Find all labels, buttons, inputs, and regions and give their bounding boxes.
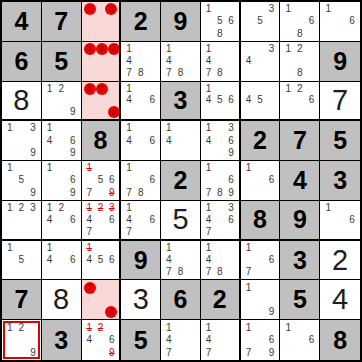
cell-r3c6[interactable]: 1456 (201, 82, 241, 122)
given-digit: 9 (174, 9, 188, 34)
empty-mark-slot (67, 162, 79, 174)
candidate-6: 6 (346, 15, 358, 27)
empty-mark-slot (214, 346, 225, 359)
cell-r8c1[interactable]: 7 (2, 280, 42, 320)
empty-mark-slot (254, 294, 266, 306)
cell-r6c3[interactable]: 123467 (82, 201, 122, 241)
cell-r3c7[interactable]: 45 (241, 82, 281, 122)
candidate-1-circled: 1 (84, 3, 96, 15)
given-digit: 8 (333, 328, 347, 353)
empty-mark-slot (294, 55, 306, 67)
empty-mark-slot (254, 334, 266, 347)
candidate-grid: 123 (2, 201, 41, 239)
cell-r1c9[interactable]: 16 (320, 2, 360, 42)
empty-mark-slot (55, 187, 67, 199)
cell-r4c3[interactable]: 8 (82, 121, 122, 161)
empty-mark-slot (175, 55, 187, 67)
candidate-8: 8 (175, 266, 187, 278)
empty-mark-slot (67, 122, 79, 134)
cell-r5c4[interactable]: 1678 (121, 161, 161, 201)
empty-mark-slot (106, 266, 117, 278)
cell-r5c7[interactable]: 16 (241, 161, 281, 201)
candidate-7: 7 (203, 67, 214, 79)
empty-mark-slot (282, 55, 294, 67)
empty-mark-slot (214, 135, 225, 147)
empty-mark-slot (16, 147, 28, 159)
cell-r1c1[interactable]: 4 (2, 2, 42, 42)
cell-r8c9[interactable]: 4 (320, 280, 360, 320)
cell-r7c8[interactable]: 3 (280, 241, 320, 281)
empty-mark-slot (225, 83, 236, 95)
cell-r1c8[interactable]: 168 (280, 2, 320, 42)
empty-mark-slot (214, 334, 225, 347)
cell-r6c8[interactable]: 9 (280, 201, 320, 241)
empty-mark-slot (67, 226, 79, 238)
cell-r2c5[interactable]: 1478 (161, 42, 201, 82)
given-digit: 3 (54, 328, 68, 353)
cell-r4c7[interactable]: 2 (241, 121, 281, 161)
candidate-1: 1 (163, 122, 175, 134)
solved-digit: 8 (53, 285, 69, 314)
cell-r7c1[interactable]: 15 (2, 241, 42, 281)
candidate-grid: 126 (280, 82, 319, 120)
candidate-grid: 16 (241, 161, 280, 200)
given-digit: 2 (213, 287, 227, 312)
given-digit: 5 (54, 49, 68, 74)
empty-mark-slot (243, 174, 255, 186)
cell-r4c2[interactable]: 1469 (42, 121, 82, 161)
candidate-3: 3 (225, 202, 236, 214)
empty-mark-slot (186, 334, 198, 347)
empty-mark-slot (254, 174, 266, 186)
empty-mark-slot (175, 321, 187, 334)
candidate-1: 1 (203, 202, 214, 214)
empty-mark-slot (84, 346, 95, 359)
candidate-7: 7 (123, 226, 135, 238)
candidate-grid: 19 (241, 280, 280, 319)
empty-mark-slot (294, 346, 306, 359)
empty-mark-slot (96, 3, 106, 15)
candidate-1-struck: 1 (84, 242, 95, 254)
cell-r6c2[interactable]: 1246 (42, 201, 82, 241)
empty-mark-slot (225, 28, 236, 40)
empty-mark-slot (175, 43, 187, 55)
candidate-4: 4 (44, 214, 56, 226)
cell-r1c5[interactable]: 9 (161, 2, 201, 42)
empty-mark-slot (254, 162, 266, 174)
candidate-7: 7 (163, 266, 175, 278)
empty-mark-slot (105, 15, 117, 27)
candidate-1: 1 (243, 321, 255, 334)
empty-mark-slot (27, 266, 39, 278)
cell-r8c5[interactable]: 6 (161, 280, 201, 320)
cell-r1c3[interactable]: 13 (82, 2, 122, 42)
empty-mark-slot (203, 106, 214, 118)
cell-r7c2[interactable]: 146 (42, 241, 82, 281)
cell-r7c7[interactable]: 167 (241, 241, 281, 281)
candidate-9: 9 (27, 346, 39, 359)
empty-mark-slot (243, 3, 255, 15)
cell-r4c9[interactable]: 5 (320, 121, 360, 161)
empty-mark-slot (243, 83, 255, 95)
cell-r7c6[interactable]: 1478 (201, 241, 241, 281)
empty-mark-slot (254, 28, 266, 40)
empty-mark-slot (108, 67, 120, 79)
candidate-grid: 1246 (42, 201, 81, 239)
empty-mark-slot (175, 242, 187, 254)
candidate-1: 1 (123, 202, 135, 214)
candidate-6: 6 (147, 94, 159, 106)
empty-mark-slot (225, 254, 236, 266)
candidate-2: 2 (294, 83, 306, 95)
given-digit: 8 (253, 207, 267, 232)
empty-mark-slot (186, 43, 198, 55)
cell-r3c1[interactable]: 8 (2, 82, 42, 122)
empty-mark-slot (294, 94, 306, 106)
cell-r9c2[interactable]: 3 (42, 320, 82, 360)
candidate-4: 4 (44, 135, 56, 147)
candidate-grid: 16789 (201, 161, 239, 200)
cell-r5c2[interactable]: 169 (42, 161, 82, 201)
cell-r5c5[interactable]: 2 (161, 161, 201, 201)
empty-mark-slot (294, 106, 306, 118)
candidate-1: 1 (203, 122, 214, 134)
given-digit: 7 (54, 9, 68, 34)
candidate-1: 1 (44, 242, 56, 254)
empty-mark-slot (346, 226, 358, 238)
empty-mark-slot (95, 346, 106, 359)
solved-digit: 5 (172, 205, 188, 234)
empty-mark-slot (266, 83, 278, 95)
empty-mark-slot (175, 122, 187, 134)
candidate-7: 7 (163, 67, 175, 79)
cell-r4c4[interactable]: 146 (121, 121, 161, 161)
candidate-grid: 45 (241, 82, 280, 120)
candidate-grid: 123467 (82, 201, 120, 239)
empty-mark-slot (306, 55, 318, 67)
given-digit: 7 (14, 287, 28, 312)
empty-mark-slot (306, 106, 318, 118)
empty-mark-slot (84, 106, 96, 118)
empty-mark-slot (135, 174, 147, 186)
candidate-grid: 146 (121, 121, 160, 160)
empty-mark-slot (84, 28, 96, 40)
candidate-4: 4 (84, 334, 95, 347)
empty-mark-slot (254, 83, 266, 95)
given-digit: 2 (134, 9, 148, 34)
cell-r9c5[interactable]: 147 (161, 320, 201, 360)
candidate-4: 4 (84, 214, 95, 226)
empty-mark-slot (95, 214, 106, 226)
empty-mark-slot (306, 346, 318, 359)
empty-mark-slot (147, 162, 159, 174)
empty-mark-slot (147, 226, 159, 238)
cell-r9c4[interactable]: 5 (121, 320, 161, 360)
candidate-6: 6 (147, 214, 159, 226)
cell-r3c4[interactable]: 146 (121, 82, 161, 122)
candidate-8: 8 (135, 187, 147, 199)
empty-mark-slot (266, 55, 278, 67)
empty-mark-slot (16, 187, 28, 199)
empty-mark-slot (225, 162, 236, 174)
cell-r4c8[interactable]: 7 (280, 121, 320, 161)
candidate-9: 9 (27, 187, 39, 199)
empty-mark-slot (27, 226, 39, 238)
cell-r7c9[interactable]: 2 (320, 241, 360, 281)
candidate-grid: 146 (121, 82, 160, 120)
solved-digit: 3 (133, 285, 149, 314)
candidate-grid: 1478 (121, 42, 160, 81)
empty-mark-slot (243, 306, 255, 318)
candidate-9-circled: 9 (105, 306, 117, 318)
cell-r3c5[interactable]: 3 (161, 82, 201, 122)
candidate-grid: 123 (82, 42, 120, 81)
candidate-grid: 1456 (82, 241, 120, 280)
solved-digit: 2 (332, 246, 348, 275)
cell-r2c8[interactable]: 128 (280, 42, 320, 82)
empty-mark-slot (135, 202, 147, 214)
cell-r9c8[interactable]: 16 (280, 320, 320, 360)
candidate-1: 1 (4, 122, 16, 134)
empty-mark-slot (4, 334, 16, 347)
empty-mark-slot (214, 242, 225, 254)
cell-r2c3[interactable]: 123 (82, 42, 122, 82)
cell-r8c2[interactable]: 8 (42, 280, 82, 320)
empty-mark-slot (84, 95, 96, 107)
empty-mark-slot (123, 147, 135, 159)
candidate-6: 6 (67, 174, 79, 186)
cell-r8c3[interactable]: 19 (82, 280, 122, 320)
cell-r2c2[interactable]: 5 (42, 42, 82, 82)
candidate-2-struck: 2 (95, 202, 106, 214)
empty-mark-slot (186, 321, 198, 334)
empty-mark-slot (254, 55, 266, 67)
candidate-grid: 15679 (82, 161, 120, 200)
cell-r6c9[interactable]: 16 (320, 201, 360, 241)
candidate-grid: 128 (280, 42, 319, 81)
empty-mark-slot (266, 187, 278, 199)
empty-mark-slot (214, 162, 225, 174)
candidate-1-circled: 1 (84, 83, 96, 95)
candidate-1: 1 (163, 321, 175, 334)
candidate-2: 2 (294, 43, 306, 55)
cell-r6c7[interactable]: 8 (241, 201, 281, 241)
empty-mark-slot (322, 28, 334, 40)
candidate-4: 4 (44, 254, 56, 266)
empty-mark-slot (135, 122, 147, 134)
cell-r6c1[interactable]: 123 (2, 201, 42, 241)
cell-r3c2[interactable]: 129 (42, 82, 82, 122)
cell-r8c7[interactable]: 19 (241, 280, 281, 320)
candidate-7: 7 (203, 226, 214, 238)
cell-r1c4[interactable]: 2 (121, 2, 161, 42)
cell-r2c1[interactable]: 6 (2, 42, 42, 82)
empty-mark-slot (334, 214, 346, 226)
empty-mark-slot (243, 67, 255, 79)
cell-r4c5[interactable]: 14 (161, 121, 201, 161)
empty-mark-slot (67, 94, 79, 106)
empty-mark-slot (27, 162, 39, 174)
cell-r9c6[interactable]: 147 (201, 320, 241, 360)
empty-mark-slot (27, 334, 39, 347)
cell-r9c3[interactable]: 12469 (82, 320, 122, 360)
empty-mark-slot (55, 174, 67, 186)
candidate-7: 7 (123, 67, 135, 79)
empty-mark-slot (203, 147, 214, 159)
cell-r2c7[interactable]: 34 (241, 42, 281, 82)
candidate-1-struck: 1 (84, 162, 95, 174)
empty-mark-slot (147, 67, 159, 79)
empty-mark-slot (44, 226, 56, 238)
empty-mark-slot (96, 15, 106, 27)
cell-r5c9[interactable]: 3 (320, 161, 360, 201)
empty-mark-slot (254, 106, 266, 118)
empty-mark-slot (55, 162, 67, 174)
candidate-6: 6 (225, 94, 236, 106)
cell-r9c7[interactable]: 1679 (241, 320, 281, 360)
empty-mark-slot (96, 306, 106, 318)
empty-mark-slot (322, 214, 334, 226)
cell-r8c8[interactable]: 5 (280, 280, 320, 320)
cell-r6c4[interactable]: 1467 (121, 201, 161, 241)
cell-r8c4[interactable]: 3 (121, 280, 161, 320)
candidate-4: 4 (243, 55, 255, 67)
empty-mark-slot (84, 306, 96, 318)
cell-r1c6[interactable]: 1568 (201, 2, 241, 42)
candidate-1-circled: 1 (84, 43, 96, 55)
empty-mark-slot (294, 15, 306, 27)
cell-r3c8[interactable]: 126 (280, 82, 320, 122)
candidate-6: 6 (67, 214, 79, 226)
cell-r5c6[interactable]: 16789 (201, 161, 241, 201)
empty-mark-slot (282, 334, 294, 347)
empty-mark-slot (106, 162, 117, 174)
empty-mark-slot (214, 226, 225, 238)
empty-mark-slot (282, 106, 294, 118)
candidate-1: 1 (123, 83, 135, 95)
empty-mark-slot (243, 106, 255, 118)
empty-mark-slot (55, 242, 67, 254)
cell-r1c2[interactable]: 7 (42, 2, 82, 42)
empty-mark-slot (95, 242, 106, 254)
candidate-1: 1 (203, 43, 214, 55)
cell-r3c9[interactable]: 7 (320, 82, 360, 122)
cell-r6c5[interactable]: 5 (161, 201, 201, 241)
cell-r5c3[interactable]: 15679 (82, 161, 122, 201)
empty-mark-slot (243, 294, 255, 306)
empty-mark-slot (135, 162, 147, 174)
empty-mark-slot (214, 202, 225, 214)
candidate-grid: 129 (82, 82, 120, 120)
empty-mark-slot (95, 334, 106, 347)
cell-r7c3[interactable]: 1456 (82, 241, 122, 281)
cell-r2c9[interactable]: 9 (320, 42, 360, 82)
given-digit: 5 (293, 287, 307, 312)
cell-r1c7[interactable]: 35 (241, 2, 281, 42)
empty-mark-slot (306, 321, 318, 334)
cell-r5c1[interactable]: 159 (2, 161, 42, 201)
empty-mark-slot (214, 174, 225, 186)
candidate-7: 7 (163, 346, 175, 359)
given-digit: 9 (134, 248, 148, 273)
empty-mark-slot (147, 55, 159, 67)
candidate-3-struck: 3 (106, 202, 117, 214)
candidate-1: 1 (44, 83, 56, 95)
candidate-2-circled: 2 (96, 83, 108, 95)
empty-mark-slot (16, 242, 28, 254)
candidate-9: 9 (266, 306, 278, 318)
candidate-grid: 147 (161, 320, 200, 360)
cell-r2c6[interactable]: 1478 (201, 42, 241, 82)
empty-mark-slot (225, 321, 236, 334)
candidate-6: 6 (225, 135, 236, 147)
given-digit: 6 (14, 49, 28, 74)
solved-digit: 4 (332, 285, 348, 314)
empty-mark-slot (108, 95, 120, 107)
empty-mark-slot (334, 28, 346, 40)
empty-mark-slot (254, 281, 266, 293)
empty-mark-slot (96, 294, 106, 306)
candidate-4: 4 (203, 55, 214, 67)
empty-mark-slot (4, 214, 16, 226)
candidate-4: 4 (203, 214, 214, 226)
cell-r4c1[interactable]: 139 (2, 121, 42, 161)
empty-mark-slot (108, 83, 120, 95)
cell-r2c4[interactable]: 1478 (121, 42, 161, 82)
empty-mark-slot (243, 28, 255, 40)
cell-r9c9[interactable]: 8 (320, 320, 360, 360)
empty-mark-slot (67, 242, 79, 254)
candidate-grid: 168 (280, 2, 319, 41)
empty-mark-slot (96, 55, 108, 67)
candidate-grid: 34 (241, 42, 280, 81)
candidate-1: 1 (4, 162, 16, 174)
cell-r5c8[interactable]: 4 (280, 161, 320, 201)
candidate-grid: 1568 (201, 2, 239, 41)
empty-mark-slot (294, 321, 306, 334)
empty-mark-slot (346, 202, 358, 214)
cell-r8c6[interactable]: 2 (201, 280, 241, 320)
empty-mark-slot (225, 346, 236, 359)
empty-mark-slot (254, 3, 266, 15)
empty-mark-slot (266, 266, 278, 278)
candidate-5: 5 (214, 15, 225, 27)
empty-mark-slot (225, 106, 236, 118)
empty-mark-slot (67, 83, 79, 95)
given-digit: 7 (293, 128, 307, 153)
empty-mark-slot (67, 266, 79, 278)
candidate-grid: 1678 (121, 161, 160, 200)
candidate-9: 9 (225, 187, 236, 199)
empty-mark-slot (203, 15, 214, 27)
cell-r9c1[interactable]: 129 (2, 320, 42, 360)
cell-r7c4[interactable]: 9 (121, 241, 161, 281)
empty-mark-slot (123, 106, 135, 118)
candidate-grid: 1478 (161, 241, 200, 280)
empty-mark-slot (108, 55, 120, 67)
cell-r6c6[interactable]: 13467 (201, 201, 241, 241)
empty-mark-slot (254, 266, 266, 278)
candidate-grid: 16 (320, 201, 360, 239)
candidate-6: 6 (306, 334, 318, 347)
given-digit: 4 (14, 9, 28, 34)
cell-r4c6[interactable]: 13469 (201, 121, 241, 161)
cell-r7c5[interactable]: 1478 (161, 241, 201, 281)
empty-mark-slot (243, 187, 255, 199)
candidate-9: 9 (27, 147, 39, 159)
cell-r3c3[interactable]: 129 (82, 82, 122, 122)
empty-mark-slot (147, 83, 159, 95)
